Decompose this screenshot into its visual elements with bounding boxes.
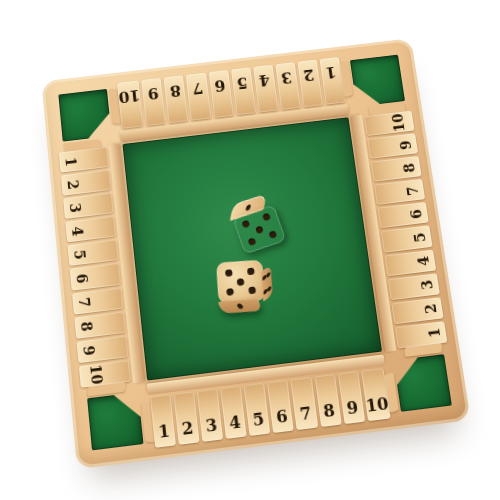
tile-left-9[interactable]: 9 xyxy=(77,336,129,363)
tile-top-1[interactable]: 1 xyxy=(319,57,345,105)
die-pip xyxy=(246,204,252,211)
die-pip xyxy=(268,230,277,239)
tile-left-2[interactable]: 2 xyxy=(61,170,111,196)
corner-felt-top-left xyxy=(58,89,111,142)
tile-bottom-4[interactable]: 4 xyxy=(220,386,246,439)
tile-top-5[interactable]: 5 xyxy=(231,67,256,115)
tile-top-8[interactable]: 8 xyxy=(164,75,189,123)
tile-left-4[interactable]: 4 xyxy=(65,216,116,242)
tile-top-10[interactable]: 10 xyxy=(117,80,144,128)
tile-number: 3 xyxy=(68,202,83,213)
tile-number: 8 xyxy=(79,321,94,333)
tile-number: 10 xyxy=(88,364,104,386)
tile-number: 9 xyxy=(147,85,159,101)
tile-number: 2 xyxy=(423,303,438,314)
tile-bottom-9[interactable]: 9 xyxy=(338,371,365,424)
tile-number: 1 xyxy=(325,64,338,80)
die-pip xyxy=(267,285,271,292)
tile-number: 7 xyxy=(191,80,204,96)
tile-number: 6 xyxy=(213,77,226,93)
die-pip xyxy=(242,220,251,229)
tile-top-7[interactable]: 7 xyxy=(186,73,211,121)
tile-number: 2 xyxy=(181,420,194,438)
corner-bottom-right xyxy=(386,346,461,420)
tile-number: 2 xyxy=(302,67,315,83)
corner-felt-bottom-right xyxy=(394,354,452,412)
tile-top-9[interactable]: 9 xyxy=(141,78,166,126)
die-pip xyxy=(262,213,271,222)
die-lower-front-face xyxy=(218,299,263,314)
corner-felt-top-right xyxy=(350,55,405,107)
tile-number: 10 xyxy=(118,87,141,104)
tile-bottom-1[interactable]: 1 xyxy=(150,394,176,447)
tile-number: 9 xyxy=(398,139,413,150)
tile-number: 1 xyxy=(63,156,78,167)
die-lower-right-face xyxy=(261,265,273,302)
tile-top-6[interactable]: 6 xyxy=(208,70,233,118)
tile-left-1[interactable]: 1 xyxy=(59,147,109,173)
die-pip xyxy=(237,278,245,285)
die-pip xyxy=(248,237,257,246)
tile-number: 8 xyxy=(169,82,181,98)
tile-left-8[interactable]: 8 xyxy=(74,311,126,338)
tile-right-9[interactable]: 9 xyxy=(367,133,418,159)
tile-number: 3 xyxy=(280,69,293,85)
tile-right-3[interactable]: 3 xyxy=(388,273,440,300)
tile-right-8[interactable]: 8 xyxy=(371,156,422,182)
tile-number: 4 xyxy=(228,414,241,432)
die-pip xyxy=(247,268,255,275)
tile-number: 9 xyxy=(81,345,96,357)
tile-bottom-3[interactable]: 3 xyxy=(197,389,223,442)
tile-right-10[interactable]: 10 xyxy=(364,111,414,137)
tile-number: 10 xyxy=(365,396,390,415)
tile-bottom-7[interactable]: 7 xyxy=(291,377,318,430)
die-pip xyxy=(237,304,244,309)
product-photo-stage: 10987654321 12345678910 xyxy=(0,0,500,500)
die-upper[interactable] xyxy=(229,192,287,254)
tile-right-7[interactable]: 7 xyxy=(374,179,425,205)
tile-top-2[interactable]: 2 xyxy=(297,60,323,108)
tile-number: 8 xyxy=(322,402,336,420)
tile-number: 9 xyxy=(346,399,360,417)
tile-number: 8 xyxy=(402,162,417,173)
tile-bottom-8[interactable]: 8 xyxy=(314,374,341,427)
tile-left-10[interactable]: 10 xyxy=(79,360,131,388)
tile-number: 6 xyxy=(74,273,89,284)
corner-felt-bottom-left xyxy=(87,392,143,450)
tile-number: 6 xyxy=(409,208,424,219)
tile-number: 5 xyxy=(252,411,265,429)
tile-left-6[interactable]: 6 xyxy=(70,263,121,290)
tile-number: 7 xyxy=(299,405,313,423)
die-pip xyxy=(225,269,232,276)
tile-bottom-5[interactable]: 5 xyxy=(244,383,271,436)
tile-left-7[interactable]: 7 xyxy=(72,287,123,314)
die-lower-top-face xyxy=(216,260,265,304)
die-pip xyxy=(266,272,270,279)
tile-number: 7 xyxy=(405,185,420,196)
board-inner: 10987654321 12345678910 xyxy=(51,47,460,458)
tile-number: 10 xyxy=(390,112,406,132)
tile-bottom-2[interactable]: 2 xyxy=(173,391,199,444)
tile-bottom-10[interactable]: 10 xyxy=(361,368,391,421)
tile-bottom-6[interactable]: 6 xyxy=(267,380,294,433)
tile-number: 5 xyxy=(236,74,249,90)
tile-top-4[interactable]: 4 xyxy=(253,65,278,113)
tile-number: 6 xyxy=(275,408,288,426)
center-felt xyxy=(122,117,382,380)
die-pip xyxy=(248,287,256,294)
tile-number: 7 xyxy=(76,297,91,308)
tile-right-5[interactable]: 5 xyxy=(381,226,433,253)
die-pip xyxy=(226,289,234,296)
tile-top-3[interactable]: 3 xyxy=(275,62,300,110)
tile-right-6[interactable]: 6 xyxy=(377,202,428,228)
die-lower[interactable] xyxy=(216,260,266,314)
tile-number: 3 xyxy=(205,417,218,435)
tile-number: 4 xyxy=(416,255,431,266)
tile-number: 5 xyxy=(72,249,87,260)
tile-number: 4 xyxy=(258,72,271,88)
tile-number: 4 xyxy=(70,225,85,236)
tile-left-3[interactable]: 3 xyxy=(63,193,113,219)
tile-left-5[interactable]: 5 xyxy=(68,240,119,267)
die-pip xyxy=(255,225,264,234)
tile-number: 2 xyxy=(65,179,80,190)
tile-right-4[interactable]: 4 xyxy=(384,249,436,276)
tile-right-2[interactable]: 2 xyxy=(391,297,443,324)
tile-number: 1 xyxy=(427,327,443,339)
corner-bottom-left xyxy=(79,384,151,459)
tile-right-1[interactable]: 1 xyxy=(395,321,447,348)
tile-number: 3 xyxy=(420,279,435,290)
shut-the-box-board: 10987654321 12345678910 xyxy=(41,38,470,469)
tile-number: 1 xyxy=(157,423,170,441)
tile-number: 5 xyxy=(412,232,427,243)
